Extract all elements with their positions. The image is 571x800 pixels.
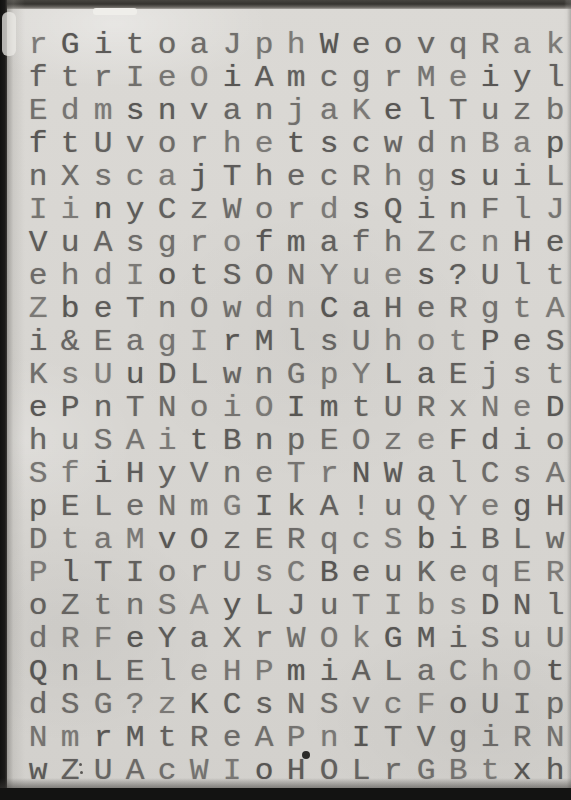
grid-cell: P	[473, 326, 508, 359]
grid-cell: f	[344, 227, 379, 260]
grid-cell: N	[21, 722, 56, 755]
grid-cell: s	[247, 689, 282, 722]
grid-cell: S	[537, 326, 571, 359]
grid-cell: a	[408, 656, 443, 689]
grid-cell: q	[441, 29, 476, 62]
grid-cell: N	[150, 392, 185, 425]
grid-cell: a	[311, 95, 346, 128]
grid-cell: n	[85, 194, 120, 227]
grid-cell: z	[214, 524, 249, 557]
grid-cell: M	[247, 326, 282, 359]
grid-cell: X	[214, 623, 249, 656]
grid-cell: C	[150, 194, 185, 227]
grid-cell: a	[150, 161, 185, 194]
grid-cell: b	[408, 524, 443, 557]
grid-cell: t	[53, 524, 88, 557]
grid-cell: e	[344, 557, 379, 590]
grid-cell: s	[408, 260, 443, 293]
grid-cell: n	[247, 95, 282, 128]
grid-cell: a	[182, 29, 217, 62]
grid-cell: L	[537, 161, 571, 194]
grid-cell: q	[473, 557, 508, 590]
grid-cell: m	[182, 491, 217, 524]
grid-cell: g	[473, 293, 508, 326]
grid-cell: A	[85, 227, 120, 260]
grid-cell: Y	[150, 623, 185, 656]
grid-cell: J	[537, 194, 571, 227]
grid-cell: Q	[376, 194, 411, 227]
grid-cell: r	[182, 128, 217, 161]
grid-cell: t	[505, 293, 540, 326]
grid-cell: z	[376, 425, 411, 458]
grid-cell: v	[118, 128, 153, 161]
grid-cell: Y	[311, 260, 346, 293]
grid-cell: A	[247, 722, 282, 755]
grid-cell: F	[408, 689, 443, 722]
grid-cell: I	[118, 557, 153, 590]
grid-cell: t	[537, 359, 571, 392]
grid-cell: i	[441, 524, 476, 557]
grid-cell: r	[279, 194, 314, 227]
grid-cell: o	[408, 326, 443, 359]
grid-cell: e	[505, 326, 540, 359]
grid-cell: u	[505, 623, 540, 656]
grid-cell: o	[150, 260, 185, 293]
grid-cell: i	[214, 62, 249, 95]
grid-cell: c	[118, 161, 153, 194]
grid-cell: U	[85, 128, 120, 161]
grid-cell: s	[441, 161, 476, 194]
grid-cell: O	[247, 260, 282, 293]
grid-cell: g	[408, 161, 443, 194]
grid-cell: s	[311, 128, 346, 161]
grid-cell: a	[505, 29, 540, 62]
letter-grid: rGitoaJphWeovqRakftrIeOiAmcgrMeiylEdmsnv…	[22, 29, 571, 785]
grid-cell: I	[182, 326, 217, 359]
grid-cell: O	[182, 524, 217, 557]
grid-cell: n	[214, 458, 249, 491]
grid-cell: U	[473, 260, 508, 293]
grid-cell: p	[247, 29, 282, 62]
grid-cell: D	[150, 359, 185, 392]
grid-cell: j	[473, 359, 508, 392]
grid-cell: S	[53, 689, 88, 722]
grid-cell: O	[311, 623, 346, 656]
grid-cell: L	[85, 656, 120, 689]
grid-cell: Y	[344, 359, 379, 392]
grid-cell: j	[279, 95, 314, 128]
grid-cell: K	[182, 689, 217, 722]
grid-cell: o	[441, 689, 476, 722]
grid-cell: H	[537, 491, 571, 524]
grid-cell: G	[214, 491, 249, 524]
grid-cell: d	[408, 128, 443, 161]
ink-blot	[302, 751, 310, 759]
grid-cell: r	[247, 623, 282, 656]
grid-cell: w	[376, 128, 411, 161]
grid-cell: R	[537, 557, 571, 590]
grid-cell: v	[150, 524, 185, 557]
grid-cell: K	[21, 359, 56, 392]
grid-cell: R	[279, 524, 314, 557]
grid-cell: i	[473, 722, 508, 755]
grid-cell: M	[408, 62, 443, 95]
grid-cell: m	[311, 392, 346, 425]
grid-cell: I	[344, 722, 379, 755]
grid-cell: L	[376, 656, 411, 689]
grid-cell: z	[505, 95, 540, 128]
grid-cell: J	[279, 590, 314, 623]
grid-cell: r	[214, 326, 249, 359]
grid-cell: v	[344, 689, 379, 722]
grid-cell: u	[118, 359, 153, 392]
grid-cell: Q	[408, 491, 443, 524]
grid-cell: s	[118, 227, 153, 260]
grid-cell: C	[473, 458, 508, 491]
grid-cell: o	[214, 227, 249, 260]
grid-cell: v	[408, 29, 443, 62]
grid-cell: t	[182, 425, 217, 458]
grid-cell: a	[505, 128, 540, 161]
grid-cell: b	[408, 590, 443, 623]
grid-cell: n	[279, 293, 314, 326]
grid-cell: L	[505, 524, 540, 557]
grid-cell: D	[537, 392, 571, 425]
grid-cell: l	[408, 95, 443, 128]
grid-cell: l	[53, 557, 88, 590]
grid-cell: r	[182, 227, 217, 260]
grid-cell: z	[182, 194, 217, 227]
grid-cell: h	[214, 128, 249, 161]
grid-cell: E	[311, 425, 346, 458]
grid-cell: w	[537, 524, 571, 557]
grid-cell: I	[247, 491, 282, 524]
grid-cell: n	[247, 425, 282, 458]
grid-cell: I	[118, 62, 153, 95]
grid-cell: f	[247, 227, 282, 260]
grid-cell: c	[311, 161, 346, 194]
grid-cell: o	[376, 29, 411, 62]
grid-cell: t	[537, 656, 571, 689]
grid-cell: u	[53, 425, 88, 458]
grid-cell: p	[21, 491, 56, 524]
grid-cell: F	[85, 623, 120, 656]
grid-cell: ?	[118, 689, 153, 722]
grid-cell: g	[150, 227, 185, 260]
grid-cell: T	[441, 95, 476, 128]
grid-cell: R	[344, 161, 379, 194]
grid-cell: l	[537, 62, 571, 95]
grid-cell: I	[118, 260, 153, 293]
grid-cell: d	[311, 194, 346, 227]
grid-cell: e	[408, 425, 443, 458]
grid-cell: L	[376, 359, 411, 392]
grid-cell: Z	[408, 227, 443, 260]
grid-cell: e	[376, 260, 411, 293]
grid-cell: t	[344, 392, 379, 425]
grid-cell: ?	[441, 260, 476, 293]
grid-cell: m	[53, 722, 88, 755]
grid-cell: n	[118, 590, 153, 623]
grid-cell: i	[53, 194, 88, 227]
grid-cell: G	[279, 359, 314, 392]
grid-cell: i	[85, 29, 120, 62]
grid-cell: C	[441, 656, 476, 689]
grid-cell: r	[21, 29, 56, 62]
grid-cell: i	[311, 656, 346, 689]
grid-cell: A	[182, 590, 217, 623]
grid-cell: c	[344, 128, 379, 161]
grid-cell: N	[279, 260, 314, 293]
grid-cell: A	[344, 656, 379, 689]
grid-cell: W	[311, 29, 346, 62]
grid-cell: e	[279, 161, 314, 194]
grid-cell: d	[247, 293, 282, 326]
grid-cell: I	[21, 194, 56, 227]
grid-cell: u	[344, 260, 379, 293]
grid-cell: c	[376, 689, 411, 722]
grid-cell: e	[85, 293, 120, 326]
grid-cell: y	[150, 458, 185, 491]
grid-cell: Q	[21, 656, 56, 689]
grid-cell: x	[441, 392, 476, 425]
grid-cell: i	[85, 458, 120, 491]
grid-cell: A	[537, 293, 571, 326]
grid-cell: s	[344, 194, 379, 227]
grid-cell: l	[441, 458, 476, 491]
grid-cell: s	[118, 95, 153, 128]
grid-cell: e	[441, 62, 476, 95]
grid-cell: l	[279, 326, 314, 359]
grid-cell: e	[118, 623, 153, 656]
grid-cell: N	[279, 689, 314, 722]
grid-cell: L	[85, 491, 120, 524]
grid-cell: c	[311, 62, 346, 95]
grid-cell: H	[118, 458, 153, 491]
grid-cell: s	[247, 557, 282, 590]
grid-cell: g	[505, 491, 540, 524]
grid-cell: A	[118, 425, 153, 458]
grid-cell: t	[182, 260, 217, 293]
grid-cell: l	[505, 260, 540, 293]
grid-cell: e	[150, 62, 185, 95]
grid-cell: s	[441, 590, 476, 623]
grid-cell: p	[311, 359, 346, 392]
page-top-edge	[0, 0, 571, 9]
grid-cell: T	[279, 458, 314, 491]
grid-cell: F	[473, 194, 508, 227]
grid-cell: T	[85, 557, 120, 590]
grid-cell: n	[53, 656, 88, 689]
grid-cell: !	[344, 491, 379, 524]
grid-cell: h	[473, 656, 508, 689]
grid-cell: g	[150, 326, 185, 359]
grid-cell: a	[214, 95, 249, 128]
grid-cell: G	[376, 623, 411, 656]
grid-cell: E	[85, 326, 120, 359]
paper-chip	[93, 8, 137, 15]
grid-cell: A	[311, 491, 346, 524]
grid-cell: t	[118, 29, 153, 62]
grid-cell: d	[53, 95, 88, 128]
grid-cell: M	[118, 524, 153, 557]
grid-cell: N	[473, 392, 508, 425]
grid-cell: o	[247, 194, 282, 227]
grid-cell: n	[21, 161, 56, 194]
grid-cell: a	[182, 623, 217, 656]
grid-cell: h	[279, 29, 314, 62]
grid-cell: l	[150, 656, 185, 689]
grid-cell: d	[473, 425, 508, 458]
grid-cell: C	[214, 689, 249, 722]
grid-cell: A	[537, 458, 571, 491]
ink-speckle	[80, 771, 83, 774]
grid-cell: J	[214, 29, 249, 62]
grid-cell: M	[408, 623, 443, 656]
grid-cell: S	[21, 458, 56, 491]
grid-cell: C	[311, 293, 346, 326]
grid-cell: h	[53, 260, 88, 293]
scanned-page: rGitoaJphWeovqRakftrIeOiAmcgrMeiylEdmsnv…	[0, 0, 571, 800]
grid-cell: T	[118, 293, 153, 326]
grid-cell: R	[505, 722, 540, 755]
grid-cell: e	[182, 656, 217, 689]
grid-cell: n	[473, 227, 508, 260]
grid-cell: z	[150, 689, 185, 722]
grid-cell: n	[247, 359, 282, 392]
grid-cell: O	[344, 425, 379, 458]
grid-cell: G	[85, 689, 120, 722]
grid-cell: R	[182, 722, 217, 755]
grid-cell: &	[53, 326, 88, 359]
grid-cell: T	[214, 161, 249, 194]
grid-cell: E	[21, 95, 56, 128]
ink-speckle	[79, 763, 82, 766]
page-bottom-edge	[0, 788, 571, 800]
grid-cell: o	[150, 557, 185, 590]
grid-cell: S	[376, 524, 411, 557]
grid-cell: a	[344, 293, 379, 326]
grid-cell: y	[214, 590, 249, 623]
grid-cell: y	[118, 194, 153, 227]
grid-cell: s	[505, 458, 540, 491]
grid-cell: a	[408, 359, 443, 392]
grid-cell: t	[150, 722, 185, 755]
grid-cell: S	[85, 425, 120, 458]
grid-cell: o	[150, 128, 185, 161]
grid-cell: C	[279, 557, 314, 590]
grid-cell: w	[214, 359, 249, 392]
grid-cell: n	[311, 722, 346, 755]
grid-cell: i	[505, 161, 540, 194]
grid-cell: S	[473, 623, 508, 656]
grid-cell: E	[118, 656, 153, 689]
grid-cell: Z	[53, 590, 88, 623]
grid-cell: P	[53, 392, 88, 425]
grid-cell: I	[279, 392, 314, 425]
grid-cell: n	[441, 128, 476, 161]
grid-cell: n	[85, 392, 120, 425]
grid-cell: U	[85, 359, 120, 392]
grid-cell: I	[505, 689, 540, 722]
grid-cell: t	[441, 326, 476, 359]
grid-cell: f	[21, 128, 56, 161]
grid-cell: e	[247, 128, 282, 161]
grid-cell: E	[247, 524, 282, 557]
grid-cell: s	[505, 359, 540, 392]
grid-cell: L	[247, 590, 282, 623]
grid-cell: e	[21, 260, 56, 293]
grid-cell: h	[376, 227, 411, 260]
grid-cell: a	[311, 227, 346, 260]
grid-cell: i	[505, 425, 540, 458]
grid-cell: V	[182, 458, 217, 491]
grid-cell: M	[118, 722, 153, 755]
grid-cell: v	[182, 95, 217, 128]
grid-cell: r	[85, 62, 120, 95]
grid-cell: p	[537, 128, 571, 161]
grid-cell: e	[21, 392, 56, 425]
grid-cell: e	[441, 557, 476, 590]
grid-cell: K	[344, 95, 379, 128]
grid-cell: k	[344, 623, 379, 656]
grid-cell: t	[53, 62, 88, 95]
grid-cell: b	[537, 95, 571, 128]
grid-cell: t	[53, 128, 88, 161]
grid-cell: h	[376, 326, 411, 359]
grid-cell: e	[505, 392, 540, 425]
grid-cell: H	[214, 656, 249, 689]
grid-cell: o	[21, 590, 56, 623]
grid-cell: U	[214, 557, 249, 590]
grid-cell: n	[150, 95, 185, 128]
page-bottom-shadow	[0, 778, 571, 788]
grid-cell: i	[473, 62, 508, 95]
grid-cell: k	[279, 491, 314, 524]
grid-cell: O	[505, 656, 540, 689]
grid-cell: H	[505, 227, 540, 260]
grid-cell: U	[473, 689, 508, 722]
grid-cell: e	[344, 29, 379, 62]
grid-cell: E	[441, 359, 476, 392]
grid-cell: a	[118, 326, 153, 359]
grid-cell: k	[537, 29, 571, 62]
grid-cell: H	[376, 293, 411, 326]
grid-cell: T	[376, 722, 411, 755]
grid-cell: e	[537, 227, 571, 260]
grid-cell: l	[505, 194, 540, 227]
grid-cell: P	[247, 656, 282, 689]
grid-cell: W	[279, 623, 314, 656]
grid-cell: c	[441, 227, 476, 260]
grid-cell: t	[279, 128, 314, 161]
grid-cell: e	[247, 458, 282, 491]
grid-cell: O	[182, 62, 217, 95]
grid-cell: e	[118, 491, 153, 524]
grid-cell: d	[85, 260, 120, 293]
grid-cell: E	[53, 491, 88, 524]
grid-cell: n	[441, 194, 476, 227]
grid-cell: r	[182, 557, 217, 590]
grid-cell: e	[408, 293, 443, 326]
grid-cell: i	[21, 326, 56, 359]
grid-cell: R	[408, 392, 443, 425]
grid-cell: i	[150, 425, 185, 458]
grid-cell: P	[279, 722, 314, 755]
grid-cell: V	[408, 722, 443, 755]
grid-cell: P	[21, 557, 56, 590]
grid-cell: K	[408, 557, 443, 590]
